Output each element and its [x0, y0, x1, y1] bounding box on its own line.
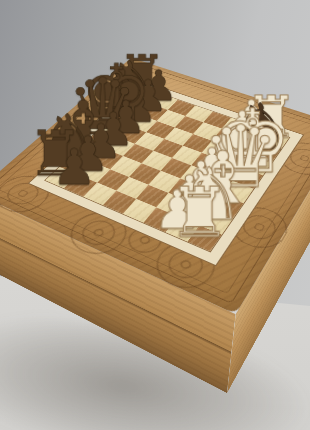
chess-box-lid: ♜♟♟♜♞♟♟♞♝♟♟♝♚♟♟♚♛♟♟♛♝♟♟♝♞♟♟♞♜♟♟♜ [0, 58, 310, 315]
chess-box-scene: ♜♟♟♜♞♟♟♞♝♟♟♝♚♟♟♚♛♟♟♛♝♟♟♝♞♟♟♞♜♟♟♜ [0, 0, 310, 430]
square-f3 [202, 141, 232, 160]
piece-black-queen-d8: ♛ [67, 71, 124, 145]
piece-black-knight-b8: ♞ [40, 108, 100, 170]
photo-canvas: ♜♟♟♜♞♟♟♞♝♟♟♝♚♟♟♚♛♟♟♛♝♟♟♝♞♟♟♞♜♟♟♜ [0, 0, 310, 430]
square-e4 [172, 146, 202, 166]
square-e5 [153, 139, 183, 158]
square-c2: ♟ [190, 187, 222, 210]
